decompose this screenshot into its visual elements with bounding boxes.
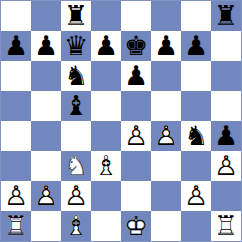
square-b1[interactable] (31, 211, 61, 241)
white-piece-outline: ♙ (121, 121, 151, 151)
square-b7[interactable]: ♟ (31, 31, 61, 61)
square-h1[interactable]: ♜♖ (211, 211, 241, 241)
square-f1[interactable] (151, 211, 181, 241)
square-d8[interactable] (91, 1, 121, 31)
white-piece-outline: ♙ (181, 181, 211, 211)
chess-board: ♜♜♟♟♛♟♚♟♟♞♟♝♟♙♟♙♞♟♞♘♝♗♟♙♟♙♟♙♟♙♟♙♜♖♝♗♚♔♜♖ (0, 0, 242, 242)
square-g1[interactable] (181, 211, 211, 241)
square-g2[interactable]: ♟♙ (181, 181, 211, 211)
square-c2[interactable]: ♟♙ (61, 181, 91, 211)
black-knight[interactable]: ♞ (61, 61, 91, 91)
square-d4[interactable] (91, 121, 121, 151)
white-pawn[interactable]: ♟♙ (121, 121, 151, 151)
black-pawn[interactable]: ♟ (121, 61, 151, 91)
black-king[interactable]: ♚ (121, 31, 151, 61)
black-rook[interactable]: ♜ (211, 1, 241, 31)
square-h8[interactable]: ♜ (211, 1, 241, 31)
square-b6[interactable] (31, 61, 61, 91)
black-piece-glyph: ♜ (211, 1, 241, 31)
square-c5[interactable]: ♝ (61, 91, 91, 121)
white-pawn[interactable]: ♟♙ (1, 181, 31, 211)
square-f8[interactable] (151, 1, 181, 31)
white-bishop[interactable]: ♝♗ (61, 211, 91, 241)
white-piece-outline: ♗ (61, 211, 91, 241)
white-rook[interactable]: ♜♖ (1, 211, 31, 241)
white-pawn[interactable]: ♟♙ (61, 181, 91, 211)
white-piece-outline: ♖ (1, 211, 31, 241)
black-pawn[interactable]: ♟ (151, 31, 181, 61)
square-c3[interactable]: ♞♘ (61, 151, 91, 181)
square-c6[interactable]: ♞ (61, 61, 91, 91)
white-pawn[interactable]: ♟♙ (181, 181, 211, 211)
white-piece-outline: ♙ (31, 181, 61, 211)
white-piece-outline: ♙ (1, 181, 31, 211)
square-e1[interactable]: ♚♔ (121, 211, 151, 241)
white-bishop[interactable]: ♝♗ (91, 151, 121, 181)
black-piece-glyph: ♟ (1, 31, 31, 61)
square-g8[interactable] (181, 1, 211, 31)
square-g5[interactable] (181, 91, 211, 121)
square-a1[interactable]: ♜♖ (1, 211, 31, 241)
white-knight[interactable]: ♞♘ (61, 151, 91, 181)
square-b2[interactable]: ♟♙ (31, 181, 61, 211)
black-piece-glyph: ♟ (181, 31, 211, 61)
square-a3[interactable] (1, 151, 31, 181)
black-pawn[interactable]: ♟ (211, 121, 241, 151)
black-knight[interactable]: ♞ (181, 121, 211, 151)
white-pawn[interactable]: ♟♙ (151, 121, 181, 151)
square-e2[interactable] (121, 181, 151, 211)
black-piece-glyph: ♟ (91, 31, 121, 61)
square-a8[interactable] (1, 1, 31, 31)
black-bishop[interactable]: ♝ (61, 91, 91, 121)
square-c4[interactable] (61, 121, 91, 151)
black-piece-glyph: ♛ (61, 31, 91, 61)
black-piece-glyph: ♝ (61, 91, 91, 121)
black-piece-glyph: ♞ (61, 61, 91, 91)
white-rook[interactable]: ♜♖ (211, 211, 241, 241)
square-h7[interactable] (211, 31, 241, 61)
black-piece-glyph: ♚ (121, 31, 151, 61)
square-g7[interactable]: ♟ (181, 31, 211, 61)
square-f5[interactable] (151, 91, 181, 121)
square-a2[interactable]: ♟♙ (1, 181, 31, 211)
square-b3[interactable] (31, 151, 61, 181)
square-f4[interactable]: ♟♙ (151, 121, 181, 151)
white-piece-outline: ♘ (61, 151, 91, 181)
black-pawn[interactable]: ♟ (91, 31, 121, 61)
square-a4[interactable] (1, 121, 31, 151)
black-piece-glyph: ♟ (31, 31, 61, 61)
square-a7[interactable]: ♟ (1, 31, 31, 61)
square-b4[interactable] (31, 121, 61, 151)
square-d5[interactable] (91, 91, 121, 121)
black-pawn[interactable]: ♟ (31, 31, 61, 61)
square-h5[interactable] (211, 91, 241, 121)
square-c7[interactable]: ♛ (61, 31, 91, 61)
square-g6[interactable] (181, 61, 211, 91)
square-f3[interactable] (151, 151, 181, 181)
square-c8[interactable]: ♜ (61, 1, 91, 31)
square-e4[interactable]: ♟♙ (121, 121, 151, 151)
square-a6[interactable] (1, 61, 31, 91)
square-b5[interactable] (31, 91, 61, 121)
black-pawn[interactable]: ♟ (1, 31, 31, 61)
black-piece-glyph: ♟ (211, 121, 241, 151)
square-d7[interactable]: ♟ (91, 31, 121, 61)
black-piece-glyph: ♜ (61, 1, 91, 31)
square-f6[interactable] (151, 61, 181, 91)
square-a5[interactable] (1, 91, 31, 121)
square-g3[interactable] (181, 151, 211, 181)
square-e6[interactable]: ♟ (121, 61, 151, 91)
white-pawn[interactable]: ♟♙ (31, 181, 61, 211)
square-e7[interactable]: ♚ (121, 31, 151, 61)
black-piece-glyph: ♟ (151, 31, 181, 61)
white-piece-outline: ♙ (211, 151, 241, 181)
white-pawn[interactable]: ♟♙ (211, 151, 241, 181)
white-piece-outline: ♙ (151, 121, 181, 151)
square-d6[interactable] (91, 61, 121, 91)
black-rook[interactable]: ♜ (61, 1, 91, 31)
square-d3[interactable]: ♝♗ (91, 151, 121, 181)
black-piece-glyph: ♟ (121, 61, 151, 91)
black-pawn[interactable]: ♟ (181, 31, 211, 61)
square-h6[interactable] (211, 61, 241, 91)
square-g4[interactable]: ♞ (181, 121, 211, 151)
square-f7[interactable]: ♟ (151, 31, 181, 61)
white-piece-outline: ♗ (91, 151, 121, 181)
white-piece-outline: ♔ (121, 211, 151, 241)
square-c1[interactable]: ♝♗ (61, 211, 91, 241)
square-b8[interactable] (31, 1, 61, 31)
square-h4[interactable]: ♟ (211, 121, 241, 151)
white-piece-outline: ♖ (211, 211, 241, 241)
square-f2[interactable] (151, 181, 181, 211)
square-e5[interactable] (121, 91, 151, 121)
black-piece-glyph: ♞ (181, 121, 211, 151)
square-d2[interactable] (91, 181, 121, 211)
black-queen[interactable]: ♛ (61, 31, 91, 61)
square-d1[interactable] (91, 211, 121, 241)
square-e8[interactable] (121, 1, 151, 31)
white-piece-outline: ♙ (61, 181, 91, 211)
white-king[interactable]: ♚♔ (121, 211, 151, 241)
square-e3[interactable] (121, 151, 151, 181)
square-h3[interactable]: ♟♙ (211, 151, 241, 181)
square-h2[interactable] (211, 181, 241, 211)
